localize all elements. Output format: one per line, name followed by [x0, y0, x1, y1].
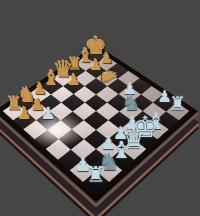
- chess-scene: ♚♟♝♟♞♜♛♟♝♟♞♟♜♟♟♜♟♞♝♟♚♟♛♟♝♟♞♟♜: [0, 0, 200, 216]
- board-squares-grid: [3, 50, 190, 194]
- board-perspective: [23, 38, 169, 184]
- board-frame: [0, 44, 199, 204]
